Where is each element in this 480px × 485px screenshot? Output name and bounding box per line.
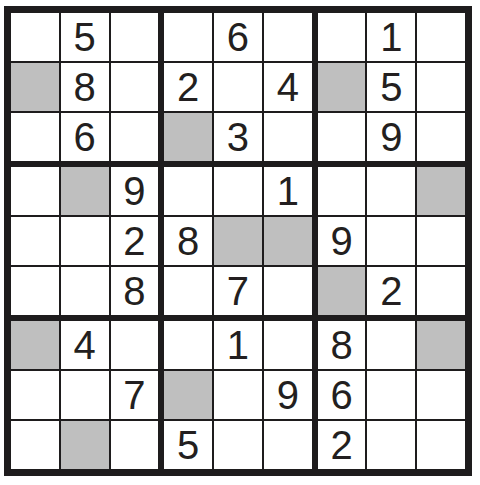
cell-r7c3[interactable] [111, 321, 159, 369]
cell-r4c6[interactable]: 1 [264, 167, 312, 215]
cell-r9c7[interactable]: 2 [318, 421, 366, 469]
cell-r7c9[interactable] [417, 321, 465, 369]
cell-r4c9[interactable] [417, 167, 465, 215]
cell-r6c8[interactable]: 2 [367, 267, 415, 315]
box-3: 159 [318, 13, 465, 161]
box-7: 47 [11, 321, 158, 469]
cell-r1c7[interactable] [318, 13, 366, 61]
cell-r8c6[interactable]: 9 [264, 371, 312, 419]
sudoku-board: 586 6243 159 928 187 92 47 195 862 [4, 6, 472, 476]
box-4: 928 [11, 167, 158, 315]
cell-r1c9[interactable] [417, 13, 465, 61]
sudoku-page: 586 6243 159 928 187 92 47 195 862 [0, 0, 480, 485]
box-2: 6243 [164, 13, 311, 161]
cell-r9c2[interactable] [61, 421, 109, 469]
cell-r3c9[interactable] [417, 113, 465, 161]
cell-r9c9[interactable] [417, 421, 465, 469]
cell-r2c5[interactable] [214, 63, 262, 111]
cell-r4c7[interactable] [318, 167, 366, 215]
cell-r1c5[interactable]: 6 [214, 13, 262, 61]
cell-r6c1[interactable] [11, 267, 59, 315]
cell-r2c4[interactable]: 2 [164, 63, 212, 111]
cell-r2c2[interactable]: 8 [61, 63, 109, 111]
cell-r5c8[interactable] [367, 217, 415, 265]
cell-r5c7[interactable]: 9 [318, 217, 366, 265]
cell-r7c8[interactable] [367, 321, 415, 369]
cell-r7c2[interactable]: 4 [61, 321, 109, 369]
box-1: 586 [11, 13, 158, 161]
box-9: 862 [318, 321, 465, 469]
cell-r5c4[interactable]: 8 [164, 217, 212, 265]
cell-r2c3[interactable] [111, 63, 159, 111]
cell-r8c4[interactable] [164, 371, 212, 419]
cell-r7c7[interactable]: 8 [318, 321, 366, 369]
cell-r5c9[interactable] [417, 217, 465, 265]
cell-r2c7[interactable] [318, 63, 366, 111]
cell-r7c6[interactable] [264, 321, 312, 369]
cell-r1c6[interactable] [264, 13, 312, 61]
cell-r4c3[interactable]: 9 [111, 167, 159, 215]
cell-r6c9[interactable] [417, 267, 465, 315]
cell-r1c2[interactable]: 5 [61, 13, 109, 61]
cell-r5c1[interactable] [11, 217, 59, 265]
cell-r5c3[interactable]: 2 [111, 217, 159, 265]
cell-r9c3[interactable] [111, 421, 159, 469]
cell-r1c8[interactable]: 1 [367, 13, 415, 61]
cell-r2c6[interactable]: 4 [264, 63, 312, 111]
cell-r2c1[interactable] [11, 63, 59, 111]
cell-r8c2[interactable] [61, 371, 109, 419]
cell-r8c1[interactable] [11, 371, 59, 419]
cell-r7c1[interactable] [11, 321, 59, 369]
cell-r4c2[interactable] [61, 167, 109, 215]
cell-r3c5[interactable]: 3 [214, 113, 262, 161]
cell-r3c4[interactable] [164, 113, 212, 161]
cell-r8c3[interactable]: 7 [111, 371, 159, 419]
cell-r2c9[interactable] [417, 63, 465, 111]
cell-r6c6[interactable] [264, 267, 312, 315]
cell-r3c3[interactable] [111, 113, 159, 161]
cell-r6c7[interactable] [318, 267, 366, 315]
cell-r9c5[interactable] [214, 421, 262, 469]
cell-r7c5[interactable]: 1 [214, 321, 262, 369]
box-5: 187 [164, 167, 311, 315]
cell-r3c2[interactable]: 6 [61, 113, 109, 161]
cell-r4c4[interactable] [164, 167, 212, 215]
cell-r4c1[interactable] [11, 167, 59, 215]
cell-r1c3[interactable] [111, 13, 159, 61]
cell-r2c8[interactable]: 5 [367, 63, 415, 111]
cell-r3c1[interactable] [11, 113, 59, 161]
cell-r5c6[interactable] [264, 217, 312, 265]
cell-r6c5[interactable]: 7 [214, 267, 262, 315]
cell-r4c8[interactable] [367, 167, 415, 215]
cell-r5c2[interactable] [61, 217, 109, 265]
cell-r1c1[interactable] [11, 13, 59, 61]
cell-r5c5[interactable] [214, 217, 262, 265]
cell-r9c6[interactable] [264, 421, 312, 469]
cell-r3c7[interactable] [318, 113, 366, 161]
box-6: 92 [318, 167, 465, 315]
cell-r9c8[interactable] [367, 421, 415, 469]
cell-r6c3[interactable]: 8 [111, 267, 159, 315]
cell-r7c4[interactable] [164, 321, 212, 369]
cell-r3c6[interactable] [264, 113, 312, 161]
cell-r6c4[interactable] [164, 267, 212, 315]
cell-r9c4[interactable]: 5 [164, 421, 212, 469]
cell-r3c8[interactable]: 9 [367, 113, 415, 161]
cell-r8c9[interactable] [417, 371, 465, 419]
cell-r8c5[interactable] [214, 371, 262, 419]
cell-r9c1[interactable] [11, 421, 59, 469]
cell-r4c5[interactable] [214, 167, 262, 215]
box-8: 195 [164, 321, 311, 469]
cell-r8c7[interactable]: 6 [318, 371, 366, 419]
cell-r6c2[interactable] [61, 267, 109, 315]
cell-r8c8[interactable] [367, 371, 415, 419]
cell-r1c4[interactable] [164, 13, 212, 61]
